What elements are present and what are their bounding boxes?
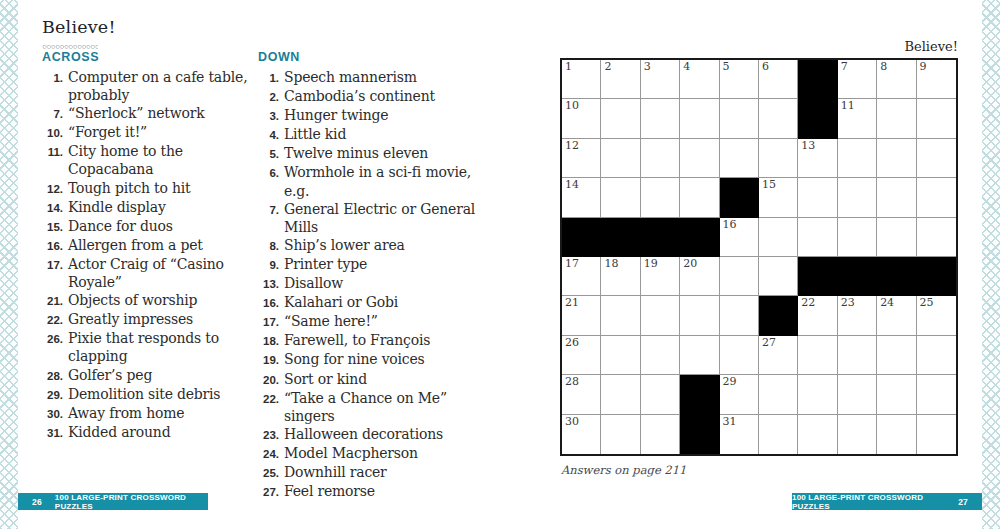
grid-cell[interactable] xyxy=(759,257,798,296)
book-spread: Believe! ACROSS 1.Computer on a cafe tab… xyxy=(0,0,1000,529)
grid-cell[interactable] xyxy=(759,375,798,414)
clue-item: 22.“Take a Chance on Me” singers xyxy=(258,389,486,425)
grid-cell[interactable]: 12 xyxy=(562,139,601,178)
clue-text: Cambodia’s continent xyxy=(284,87,435,105)
grid-cell[interactable] xyxy=(601,415,640,454)
clue-item: 1.Speech mannerism xyxy=(258,68,486,87)
clue-item: 3.Hunger twinge xyxy=(258,106,486,125)
grid-cell[interactable] xyxy=(720,257,759,296)
clue-number: 2. xyxy=(258,87,284,106)
clue-text: Halloween decorations xyxy=(284,425,443,443)
clue-number: 12. xyxy=(42,179,68,198)
grid-cell[interactable]: 31 xyxy=(720,415,759,454)
clue-text: Farewell, to François xyxy=(284,331,430,349)
clue-text: Away from home xyxy=(68,404,184,422)
cell-number: 12 xyxy=(565,139,579,152)
clue-text: Kidded around xyxy=(68,423,170,441)
grid-cell[interactable]: 25 xyxy=(917,296,956,335)
clue-text: Speech mannerism xyxy=(284,68,417,86)
grid-cell[interactable] xyxy=(601,296,640,335)
grid-cell[interactable] xyxy=(759,218,798,257)
clue-text: Allergen from a pet xyxy=(68,236,203,254)
grid-cell[interactable]: 23 xyxy=(838,296,877,335)
clue-text: Kalahari or Gobi xyxy=(284,293,398,311)
grid-cell[interactable]: 5 xyxy=(720,60,759,99)
cell-number: 4 xyxy=(683,60,690,73)
clue-item: 9.Printer type xyxy=(258,255,486,274)
cell-number: 8 xyxy=(880,60,887,73)
clue-number: 15. xyxy=(42,217,68,236)
black-cell xyxy=(798,60,837,99)
clue-number: 31. xyxy=(42,423,68,442)
grid-cell[interactable]: 21 xyxy=(562,296,601,335)
grid-cell[interactable] xyxy=(877,218,916,257)
grid-cell[interactable] xyxy=(838,375,877,414)
grid-cell[interactable]: 24 xyxy=(877,296,916,335)
cell-number: 14 xyxy=(565,178,579,191)
cell-number: 7 xyxy=(841,60,848,73)
clue-text: Model Macpherson xyxy=(284,444,418,462)
clue-text: Hunger twinge xyxy=(284,106,388,124)
crossword-grid-border: 1234567891011121314151617181920212223242… xyxy=(560,58,958,456)
cell-number: 17 xyxy=(565,257,579,270)
clue-item: 21.Objects of worship xyxy=(42,291,256,310)
cell-number: 19 xyxy=(644,257,658,270)
grid-cell[interactable] xyxy=(641,139,680,178)
grid-cell[interactable] xyxy=(759,99,798,138)
cell-number: 26 xyxy=(565,336,579,349)
grid-cell[interactable] xyxy=(601,178,640,217)
clue-text: Feel remorse xyxy=(284,482,375,500)
clue-number: 16. xyxy=(258,293,284,312)
clue-text: General Electric or General Mills xyxy=(284,200,486,236)
grid-cell[interactable] xyxy=(798,336,837,375)
footer-bar-left: 26 100 LARGE-PRINT CROSSWORD PUZZLES xyxy=(18,493,208,510)
clue-item: 17.Actor Craig of “Casino Royale” xyxy=(42,255,256,291)
clue-number: 22. xyxy=(258,389,284,408)
grid-cell[interactable]: 28 xyxy=(562,375,601,414)
clue-item: 25.Downhill racer xyxy=(258,463,486,482)
grid-cell[interactable] xyxy=(877,415,916,454)
grid-cell[interactable] xyxy=(838,336,877,375)
clue-item: 12.Tough pitch to hit xyxy=(42,179,256,198)
clue-item: 15.Dance for duos xyxy=(42,217,256,236)
clue-item: 31.Kidded around xyxy=(42,423,256,442)
clue-text: Greatly impresses xyxy=(68,310,193,328)
grid-cell[interactable] xyxy=(720,139,759,178)
grid-cell[interactable]: 13 xyxy=(798,139,837,178)
grid-cell[interactable] xyxy=(838,218,877,257)
cell-number: 5 xyxy=(723,60,730,73)
clue-text: Tough pitch to hit xyxy=(68,179,191,197)
grid-cell[interactable] xyxy=(838,139,877,178)
grid-cell[interactable] xyxy=(601,375,640,414)
cell-number: 16 xyxy=(723,218,737,231)
clue-item: 14.Kindle display xyxy=(42,198,256,217)
book-edge-texture-left xyxy=(0,0,18,529)
clue-item: 5.Twelve minus eleven xyxy=(258,144,486,163)
clue-number: 4. xyxy=(258,125,284,144)
clue-item: 24.Model Macpherson xyxy=(258,444,486,463)
down-header: DOWN xyxy=(258,50,486,64)
cell-number: 29 xyxy=(723,375,737,388)
grid-cell[interactable] xyxy=(720,296,759,335)
cell-number: 28 xyxy=(565,375,579,388)
clue-number: 24. xyxy=(258,444,284,463)
grid-cell[interactable] xyxy=(680,336,719,375)
clue-item: 29.Demolition site debris xyxy=(42,385,256,404)
black-cell xyxy=(680,375,719,414)
clue-number: 8. xyxy=(258,236,284,255)
black-cell xyxy=(641,218,680,257)
clue-number: 30. xyxy=(42,404,68,423)
grid-cell[interactable] xyxy=(877,139,916,178)
grid-cell[interactable] xyxy=(680,296,719,335)
grid-cell[interactable] xyxy=(877,375,916,414)
clue-item: 28.Golfer’s peg xyxy=(42,366,256,385)
clue-item: 19.Song for nine voices xyxy=(258,350,486,369)
grid-cell[interactable]: 8 xyxy=(877,60,916,99)
cell-number: 22 xyxy=(801,296,815,309)
clue-item: 11.City home to the Copacabana xyxy=(42,142,256,178)
clue-number: 5. xyxy=(258,144,284,163)
clue-number: 23. xyxy=(258,425,284,444)
black-cell xyxy=(798,257,837,296)
grid-cell[interactable]: 4 xyxy=(680,60,719,99)
cell-number: 23 xyxy=(841,296,855,309)
clue-text: Dance for duos xyxy=(68,217,173,235)
clue-number: 21. xyxy=(42,291,68,310)
black-cell xyxy=(838,257,877,296)
grid-cell[interactable]: 2 xyxy=(601,60,640,99)
grid-cell[interactable] xyxy=(641,415,680,454)
clue-item: 30.Away from home xyxy=(42,404,256,423)
clue-number: 29. xyxy=(42,385,68,404)
footer-bar-right: 100 LARGE-PRINT CROSSWORD PUZZLES 27 xyxy=(792,493,982,510)
clue-number: 1. xyxy=(42,68,68,87)
cell-number: 3 xyxy=(644,60,651,73)
clue-item: 18.Farewell, to François xyxy=(258,331,486,350)
grid-cell[interactable] xyxy=(759,139,798,178)
clue-number: 18. xyxy=(258,331,284,350)
clue-text: City home to the Copacabana xyxy=(68,142,256,178)
clue-text: Wormhole in a sci-fi movie, e.g. xyxy=(284,163,486,199)
clue-item: 7.“Sherlock” network xyxy=(42,104,256,123)
clue-text: Song for nine voices xyxy=(284,350,425,368)
grid-cell[interactable]: 16 xyxy=(720,218,759,257)
clue-item: 4.Little kid xyxy=(258,125,486,144)
grid-cell[interactable]: 29 xyxy=(720,375,759,414)
grid-cell[interactable] xyxy=(917,178,956,217)
grid-cell[interactable]: 18 xyxy=(601,257,640,296)
clue-item: 10.“Forget it!” xyxy=(42,123,256,142)
clue-number: 17. xyxy=(42,255,68,274)
clue-number: 6. xyxy=(258,163,284,182)
clue-item: 13.Disallow xyxy=(258,274,486,293)
clue-number: 19. xyxy=(258,350,284,369)
grid-cell[interactable] xyxy=(838,415,877,454)
black-cell xyxy=(759,296,798,335)
clue-item: 2.Cambodia’s continent xyxy=(258,87,486,106)
puzzle-title: Believe! xyxy=(42,17,116,37)
cell-number: 18 xyxy=(604,257,618,270)
grid-cell[interactable] xyxy=(798,218,837,257)
clue-item: 16.Kalahari or Gobi xyxy=(258,293,486,312)
across-clue-list: 1.Computer on a cafe table, probably7.“S… xyxy=(42,68,256,442)
clue-text: Little kid xyxy=(284,125,346,143)
cell-number: 6 xyxy=(762,60,769,73)
clue-number: 3. xyxy=(258,106,284,125)
down-clues-section: DOWN 1.Speech mannerism2.Cambodia’s cont… xyxy=(258,50,486,501)
black-cell xyxy=(720,178,759,217)
grid-cell[interactable]: 30 xyxy=(562,415,601,454)
grid-cell[interactable] xyxy=(917,375,956,414)
clue-item: 8.Ship’s lower area xyxy=(258,236,486,255)
book-title-right: 100 LARGE-PRINT CROSSWORD PUZZLES xyxy=(792,493,945,511)
cell-number: 15 xyxy=(762,178,776,191)
clue-number: 7. xyxy=(42,104,68,123)
grid-cell[interactable] xyxy=(601,336,640,375)
book-edge-texture-right xyxy=(982,0,1000,529)
clue-text: “Sherlock” network xyxy=(68,104,205,122)
clue-text: Downhill racer xyxy=(284,463,387,481)
black-cell xyxy=(877,257,916,296)
grid-cell[interactable] xyxy=(759,415,798,454)
black-cell xyxy=(562,218,601,257)
grid-cell[interactable] xyxy=(641,336,680,375)
black-cell xyxy=(680,218,719,257)
grid-cell[interactable]: 19 xyxy=(641,257,680,296)
clue-text: Disallow xyxy=(284,274,343,292)
cell-number: 11 xyxy=(841,99,855,112)
grid-cell[interactable] xyxy=(798,375,837,414)
grid-cell[interactable] xyxy=(601,139,640,178)
cell-number: 9 xyxy=(920,60,927,73)
grid-cell[interactable]: 6 xyxy=(759,60,798,99)
cell-number: 21 xyxy=(565,296,579,309)
grid-cell[interactable]: 27 xyxy=(759,336,798,375)
grid-cell[interactable]: 1 xyxy=(562,60,601,99)
grid-cell[interactable]: 14 xyxy=(562,178,601,217)
clue-item: 6.Wormhole in a sci-fi movie, e.g. xyxy=(258,163,486,199)
grid-cell[interactable]: 15 xyxy=(759,178,798,217)
grid-cell[interactable]: 10 xyxy=(562,99,601,138)
black-cell xyxy=(798,99,837,138)
cell-number: 13 xyxy=(801,139,815,152)
grid-cell[interactable] xyxy=(877,99,916,138)
black-cell xyxy=(680,415,719,454)
cell-number: 10 xyxy=(565,99,579,112)
clue-number: 1. xyxy=(258,68,284,87)
across-header: ACROSS xyxy=(42,50,256,64)
grid-cell[interactable] xyxy=(720,99,759,138)
cell-number: 2 xyxy=(604,60,611,73)
black-cell xyxy=(917,257,956,296)
grid-cell[interactable] xyxy=(917,218,956,257)
answers-note: Answers on page 211 xyxy=(561,463,686,477)
page-number-right: 27 xyxy=(958,497,968,507)
grid-cell[interactable] xyxy=(838,178,877,217)
grid-cell[interactable]: 22 xyxy=(798,296,837,335)
clue-item: 16.Allergen from a pet xyxy=(42,236,256,255)
grid-cell[interactable] xyxy=(798,415,837,454)
grid-cell[interactable]: 26 xyxy=(562,336,601,375)
grid-cell[interactable] xyxy=(917,99,956,138)
down-clue-list: 1.Speech mannerism2.Cambodia’s continent… xyxy=(258,68,486,501)
grid-cell[interactable]: 7 xyxy=(838,60,877,99)
crossword-grid: 1234567891011121314151617181920212223242… xyxy=(562,60,956,454)
grid-cell[interactable]: 20 xyxy=(680,257,719,296)
clue-number: 13. xyxy=(258,274,284,293)
clue-item: 22.Greatly impresses xyxy=(42,310,256,329)
clue-text: Objects of worship xyxy=(68,291,197,309)
cell-number: 31 xyxy=(723,415,737,428)
clue-item: 1.Computer on a cafe table, probably xyxy=(42,68,256,104)
clue-item: 17.“Same here!” xyxy=(258,312,486,331)
grid-cell[interactable] xyxy=(917,415,956,454)
clue-text: Pixie that responds to clapping xyxy=(68,329,256,365)
clue-text: “Same here!” xyxy=(284,312,378,330)
grid-cell[interactable] xyxy=(641,296,680,335)
clue-number: 14. xyxy=(42,198,68,217)
black-cell xyxy=(601,218,640,257)
clue-number: 22. xyxy=(42,310,68,329)
book-title-left: 100 LARGE-PRINT CROSSWORD PUZZLES xyxy=(55,493,208,511)
clue-text: Printer type xyxy=(284,255,367,273)
grid-cell[interactable] xyxy=(877,178,916,217)
grid-cell[interactable] xyxy=(641,375,680,414)
clue-number: 26. xyxy=(42,329,68,348)
clue-text: Ship’s lower area xyxy=(284,236,405,254)
clue-number: 17. xyxy=(258,312,284,331)
across-clues-section: ACROSS 1.Computer on a cafe table, proba… xyxy=(42,50,256,442)
grid-cell[interactable] xyxy=(798,178,837,217)
grid-cell[interactable]: 17 xyxy=(562,257,601,296)
clue-text: Kindle display xyxy=(68,198,166,216)
clue-text: Computer on a cafe table, probably xyxy=(68,68,256,104)
grid-cell[interactable]: 3 xyxy=(641,60,680,99)
clue-item: 20.Sort or kind xyxy=(258,370,486,389)
clue-number: 20. xyxy=(258,370,284,389)
clue-number: 16. xyxy=(42,236,68,255)
cell-number: 25 xyxy=(920,296,934,309)
page-number-left: 26 xyxy=(32,497,42,507)
cell-number: 24 xyxy=(880,296,894,309)
clue-text: Actor Craig of “Casino Royale” xyxy=(68,255,256,291)
grid-cell[interactable] xyxy=(641,99,680,138)
grid-cell[interactable] xyxy=(601,99,640,138)
clue-item: 26.Pixie that responds to clapping xyxy=(42,329,256,365)
grid-cell[interactable] xyxy=(917,336,956,375)
clue-number: 7. xyxy=(258,200,284,219)
cell-number: 1 xyxy=(565,60,572,73)
clue-item: 27.Feel remorse xyxy=(258,482,486,501)
clue-text: Golfer’s peg xyxy=(68,366,152,384)
cell-number: 20 xyxy=(683,257,697,270)
grid-cell[interactable] xyxy=(877,336,916,375)
clue-number: 10. xyxy=(42,123,68,142)
clue-number: 25. xyxy=(258,463,284,482)
clue-text: “Forget it!” xyxy=(68,123,147,141)
grid-cell[interactable]: 11 xyxy=(838,99,877,138)
grid-cell[interactable] xyxy=(680,178,719,217)
grid-cell[interactable] xyxy=(680,99,719,138)
clue-number: 11. xyxy=(42,142,68,161)
clue-item: 23.Halloween decorations xyxy=(258,425,486,444)
clue-text: Sort or kind xyxy=(284,370,367,388)
cell-number: 27 xyxy=(762,336,776,349)
clue-text: Twelve minus eleven xyxy=(284,144,428,162)
grid-cell[interactable] xyxy=(680,139,719,178)
clue-text: Demolition site debris xyxy=(68,385,220,403)
clue-number: 27. xyxy=(258,482,284,501)
grid-cell[interactable] xyxy=(641,178,680,217)
grid-cell[interactable] xyxy=(917,139,956,178)
cell-number: 30 xyxy=(565,415,579,428)
grid-cell[interactable] xyxy=(720,336,759,375)
grid-title-label: Believe! xyxy=(560,39,958,54)
clue-number: 9. xyxy=(258,255,284,274)
grid-cell[interactable]: 9 xyxy=(917,60,956,99)
clue-item: 7.General Electric or General Mills xyxy=(258,200,486,236)
clue-number: 28. xyxy=(42,366,68,385)
clue-text: “Take a Chance on Me” singers xyxy=(284,389,486,425)
